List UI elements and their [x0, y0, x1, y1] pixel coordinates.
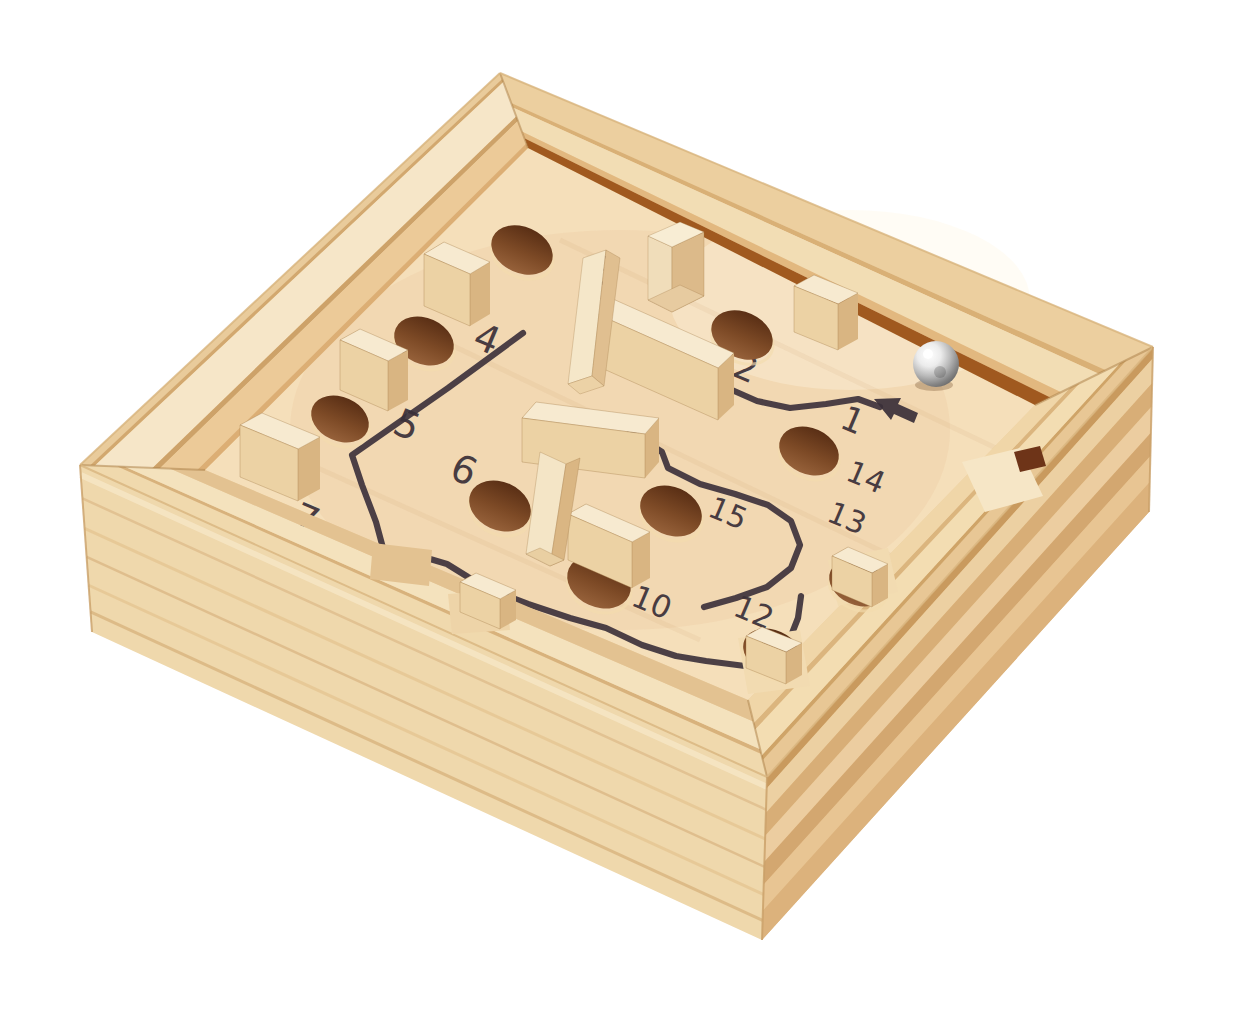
- ball-reflection: [934, 366, 946, 378]
- steel-ball-group: [913, 341, 959, 391]
- wall-top-frame-stub: [648, 222, 704, 312]
- labyrinth-photo: 345211413156791012: [0, 0, 1234, 1024]
- screenshot-root: Wooden labyrinth marble maze — pocket ti…: [0, 0, 1234, 1024]
- frame-overhang: [370, 543, 432, 586]
- ball-highlight: [923, 349, 933, 359]
- steel-ball: [913, 341, 959, 387]
